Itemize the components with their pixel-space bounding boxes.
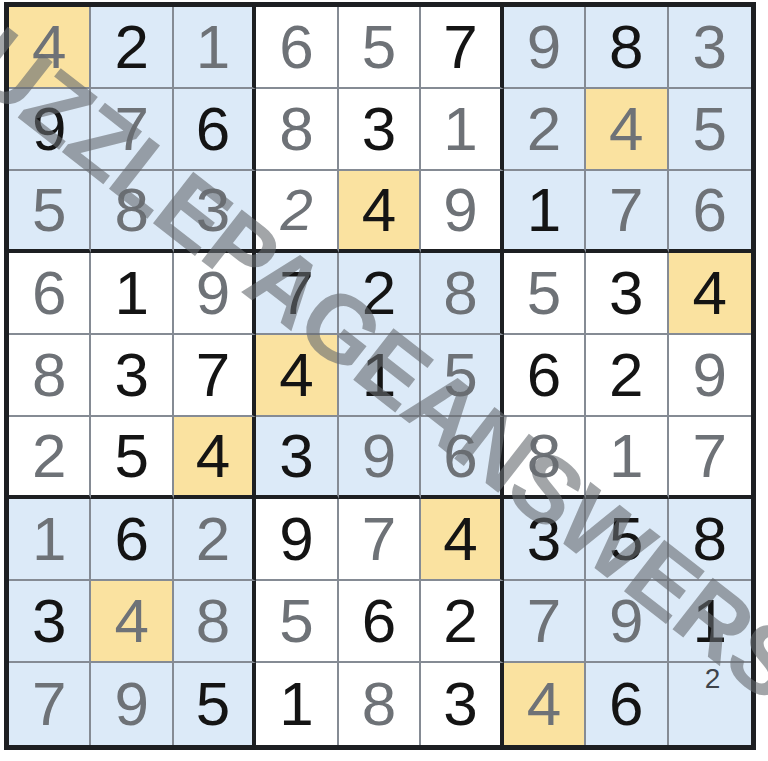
cell-r9c9[interactable]: 2	[669, 663, 751, 745]
digit-r3c3: 3	[196, 179, 230, 241]
digit-r7c7: 3	[527, 508, 561, 570]
digit-r4c1: 6	[32, 262, 66, 324]
cell-r1c7[interactable]: 9	[504, 7, 586, 89]
digit-r2c3: 6	[196, 98, 230, 160]
page: { "game": "sudoku", "watermark_text": "P…	[0, 0, 768, 761]
cell-r8c9[interactable]: 1	[669, 581, 751, 663]
cell-r6c8[interactable]: 1	[586, 417, 668, 499]
cell-r9c4[interactable]: 1	[256, 663, 338, 745]
digit-r6c7: 8	[527, 425, 561, 487]
digit-r8c2: 4	[114, 590, 148, 652]
cell-r6c3[interactable]: 4	[174, 417, 256, 499]
cell-r5c2[interactable]: 3	[91, 335, 173, 417]
cell-r8c3[interactable]: 8	[174, 581, 256, 663]
digit-r6c5: 9	[362, 425, 396, 487]
digit-r7c5: 7	[362, 508, 396, 570]
cell-r8c4[interactable]: 5	[256, 581, 338, 663]
cell-r2c9[interactable]: 5	[669, 89, 751, 171]
cell-r5c8[interactable]: 2	[586, 335, 668, 417]
cell-r8c7[interactable]: 7	[504, 581, 586, 663]
cell-r1c1[interactable]: 4	[9, 7, 91, 89]
digit-r9c5: 8	[362, 673, 396, 735]
cell-r9c2[interactable]: 9	[91, 663, 173, 745]
cell-r3c8[interactable]: 7	[586, 171, 668, 253]
digit-r3c4: 2	[280, 181, 312, 239]
cell-r7c7[interactable]: 3	[504, 499, 586, 581]
digit-r9c3: 5	[196, 673, 230, 735]
cell-r6c7[interactable]: 8	[504, 417, 586, 499]
cell-r2c7[interactable]: 2	[504, 89, 586, 171]
digit-r7c1: 1	[32, 508, 66, 570]
digit-r4c5: 2	[362, 262, 396, 324]
digit-r1c8: 8	[609, 16, 643, 78]
cell-r7c6[interactable]: 4	[421, 499, 503, 581]
digit-r6c4: 3	[279, 425, 313, 487]
digit-r5c4: 4	[279, 344, 313, 406]
cell-r8c1[interactable]: 3	[9, 581, 91, 663]
cell-r4c2[interactable]: 1	[91, 253, 173, 335]
digit-r7c4: 9	[279, 508, 313, 570]
cell-r9c5[interactable]: 8	[339, 663, 421, 745]
digit-r5c8: 2	[609, 344, 643, 406]
cell-r9c8[interactable]: 6	[586, 663, 668, 745]
cell-r1c4[interactable]: 6	[256, 7, 338, 89]
sudoku-board: 4216579839768312455832491766197285348374…	[4, 2, 756, 750]
digit-r9c7: 4	[527, 673, 561, 735]
digit-r3c1: 5	[32, 179, 66, 241]
digit-r9c2: 9	[114, 673, 148, 735]
digit-r8c1: 3	[32, 590, 66, 652]
digit-r4c9: 4	[693, 262, 727, 324]
digit-r8c6: 2	[443, 590, 477, 652]
cell-r3c9[interactable]: 6	[669, 171, 751, 253]
cell-r5c1[interactable]: 8	[9, 335, 91, 417]
cell-r6c6[interactable]: 6	[421, 417, 503, 499]
digit-r8c8: 9	[609, 590, 643, 652]
cell-r3c3[interactable]: 3	[174, 171, 256, 253]
digit-r7c6: 4	[443, 508, 477, 570]
cell-r5c5[interactable]: 1	[339, 335, 421, 417]
cell-r7c1[interactable]: 1	[9, 499, 91, 581]
cell-r7c4[interactable]: 9	[256, 499, 338, 581]
digit-r7c9: 8	[693, 508, 727, 570]
digit-r2c8: 4	[609, 98, 643, 160]
cell-r5c9[interactable]: 9	[669, 335, 751, 417]
digit-r3c9: 6	[693, 179, 727, 241]
digit-r2c5: 3	[362, 98, 396, 160]
digit-r1c5: 5	[362, 16, 396, 78]
digit-r4c3: 9	[196, 262, 230, 324]
digit-r7c8: 5	[609, 508, 643, 570]
digit-r9c6: 3	[443, 673, 477, 735]
cell-r4c9[interactable]: 4	[669, 253, 751, 335]
cell-r5c6[interactable]: 5	[421, 335, 503, 417]
pencil-mark-r9c9: 2	[705, 665, 721, 693]
cell-r6c4[interactable]: 3	[256, 417, 338, 499]
cell-r1c8[interactable]: 8	[586, 7, 668, 89]
digit-r1c1: 4	[32, 16, 66, 78]
cell-r2c4[interactable]: 8	[256, 89, 338, 171]
digit-r5c1: 8	[32, 344, 66, 406]
cell-r4c5[interactable]: 2	[339, 253, 421, 335]
cell-r5c7[interactable]: 6	[504, 335, 586, 417]
cell-r9c3[interactable]: 5	[174, 663, 256, 745]
digit-r5c5: 1	[362, 344, 396, 406]
digit-r3c7: 1	[527, 179, 561, 241]
digit-r1c7: 9	[527, 16, 561, 78]
cell-r6c2[interactable]: 5	[91, 417, 173, 499]
cell-r7c8[interactable]: 5	[586, 499, 668, 581]
cell-r4c1[interactable]: 6	[9, 253, 91, 335]
cell-r4c4[interactable]: 7	[256, 253, 338, 335]
cell-r8c2[interactable]: 4	[91, 581, 173, 663]
cell-r7c3[interactable]: 2	[174, 499, 256, 581]
cell-r7c5[interactable]: 7	[339, 499, 421, 581]
cell-r3c7[interactable]: 1	[504, 171, 586, 253]
cell-r1c5[interactable]: 5	[339, 7, 421, 89]
digit-r5c6: 5	[443, 344, 477, 406]
cell-r2c1[interactable]: 9	[9, 89, 91, 171]
digit-r8c3: 8	[196, 590, 230, 652]
digit-r6c3: 4	[196, 425, 230, 487]
digit-r4c8: 3	[609, 262, 643, 324]
digit-r8c5: 6	[362, 590, 396, 652]
cell-r5c3[interactable]: 7	[174, 335, 256, 417]
cell-r1c6[interactable]: 7	[421, 7, 503, 89]
digit-r6c8: 1	[609, 425, 643, 487]
cell-r7c9[interactable]: 8	[669, 499, 751, 581]
cell-r2c5[interactable]: 3	[339, 89, 421, 171]
digit-r3c8: 7	[609, 179, 643, 241]
digit-r4c6: 8	[443, 262, 477, 324]
digit-r6c6: 6	[443, 425, 477, 487]
digit-r4c4: 7	[279, 262, 313, 324]
cell-r9c7[interactable]: 4	[504, 663, 586, 745]
cell-r6c1[interactable]: 2	[9, 417, 91, 499]
cell-r3c2[interactable]: 8	[91, 171, 173, 253]
digit-r5c9: 9	[693, 344, 727, 406]
digit-r1c3: 1	[196, 16, 230, 78]
cell-r2c8[interactable]: 4	[586, 89, 668, 171]
digit-r9c8: 6	[609, 673, 643, 735]
cell-r9c6[interactable]: 3	[421, 663, 503, 745]
digit-r8c4: 5	[279, 590, 313, 652]
digit-r1c9: 3	[693, 16, 727, 78]
digit-r2c6: 1	[443, 98, 477, 160]
digit-r1c2: 2	[114, 16, 148, 78]
digit-r4c2: 1	[114, 262, 148, 324]
cell-r5c4[interactable]: 4	[256, 335, 338, 417]
digit-r7c3: 2	[196, 508, 230, 570]
digit-r5c7: 6	[527, 344, 561, 406]
cell-r3c4[interactable]: 2	[256, 171, 338, 253]
cell-r3c6[interactable]: 9	[421, 171, 503, 253]
digit-r2c9: 5	[693, 98, 727, 160]
cell-r2c6[interactable]: 1	[421, 89, 503, 171]
cell-r3c1[interactable]: 5	[9, 171, 91, 253]
cell-r4c8[interactable]: 3	[586, 253, 668, 335]
cell-r1c9[interactable]: 3	[669, 7, 751, 89]
cell-r1c3[interactable]: 1	[174, 7, 256, 89]
digit-r2c4: 8	[279, 98, 313, 160]
cell-r6c5[interactable]: 9	[339, 417, 421, 499]
cell-r9c1[interactable]: 7	[9, 663, 91, 745]
cell-r8c8[interactable]: 9	[586, 581, 668, 663]
digit-r3c6: 9	[443, 179, 477, 241]
digit-r7c2: 6	[114, 508, 148, 570]
cell-r7c2[interactable]: 6	[91, 499, 173, 581]
digit-r2c2: 7	[114, 98, 148, 160]
digit-r5c2: 3	[114, 344, 148, 406]
cell-r2c3[interactable]: 6	[174, 89, 256, 171]
cell-r3c5[interactable]: 4	[339, 171, 421, 253]
cell-r8c6[interactable]: 2	[421, 581, 503, 663]
digit-r2c7: 2	[527, 98, 561, 160]
digit-r1c4: 6	[279, 16, 313, 78]
digit-r6c1: 2	[32, 425, 66, 487]
digit-r9c1: 7	[32, 673, 66, 735]
digit-r8c9: 1	[693, 590, 727, 652]
cell-r6c9[interactable]: 7	[669, 417, 751, 499]
digit-r4c7: 5	[527, 262, 561, 324]
cell-r8c5[interactable]: 6	[339, 581, 421, 663]
digit-r5c3: 7	[196, 344, 230, 406]
cell-r4c6[interactable]: 8	[421, 253, 503, 335]
digit-r3c2: 8	[114, 179, 148, 241]
digit-r8c7: 7	[527, 590, 561, 652]
digit-r6c9: 7	[693, 425, 727, 487]
sudoku-app: 4216579839768312455832491766197285348374…	[0, 0, 768, 761]
cell-r2c2[interactable]: 7	[91, 89, 173, 171]
cell-r4c7[interactable]: 5	[504, 253, 586, 335]
digit-r9c4: 1	[279, 673, 313, 735]
cell-r1c2[interactable]: 2	[91, 7, 173, 89]
digit-r6c2: 5	[114, 425, 148, 487]
digit-r3c5: 4	[362, 179, 396, 241]
digit-r1c6: 7	[443, 16, 477, 78]
digit-r2c1: 9	[32, 98, 66, 160]
cell-r4c3[interactable]: 9	[174, 253, 256, 335]
